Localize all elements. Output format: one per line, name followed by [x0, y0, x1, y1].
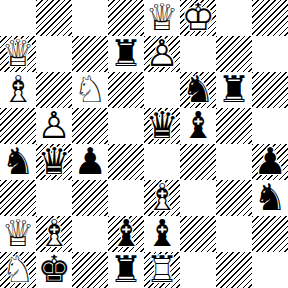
white-pawn: ♟♙: [144, 36, 180, 72]
square-g3[interactable]: [216, 180, 252, 216]
square-h5[interactable]: [252, 108, 288, 144]
piece-glyph: ♚: [37, 252, 70, 288]
square-a5[interactable]: [0, 108, 36, 144]
piece-glyph: ♗: [1, 72, 34, 108]
square-f7[interactable]: [180, 36, 216, 72]
square-e3[interactable]: ♝♗: [144, 180, 180, 216]
square-g5[interactable]: [216, 108, 252, 144]
piece-glyph: ♕: [145, 0, 178, 36]
black-king: ♚♚: [36, 252, 72, 288]
piece-glyph: ♝: [109, 216, 142, 252]
square-b2[interactable]: ♝♗: [36, 216, 72, 252]
square-f5[interactable]: ♝♝: [180, 108, 216, 144]
white-bishop: ♝♗: [144, 180, 180, 216]
square-a7[interactable]: ♛♕: [0, 36, 36, 72]
square-g6[interactable]: ♜♜: [216, 72, 252, 108]
square-e2[interactable]: ♝♝: [144, 216, 180, 252]
square-d1[interactable]: ♜♜: [108, 252, 144, 288]
square-b1[interactable]: ♚♚: [36, 252, 72, 288]
black-queen: ♛♛: [144, 108, 180, 144]
piece-glyph: ♞: [253, 180, 286, 216]
piece-glyph: ♛: [145, 108, 178, 144]
white-pawn: ♟♙: [36, 108, 72, 144]
white-king: ♚♔: [180, 0, 216, 36]
piece-glyph: ♙: [145, 36, 178, 72]
black-queen: ♛♛: [36, 144, 72, 180]
square-e1[interactable]: ♜♖: [144, 252, 180, 288]
black-bishop: ♝♝: [144, 216, 180, 252]
square-f6[interactable]: ♞♞: [180, 72, 216, 108]
piece-glyph: ♖: [145, 252, 178, 288]
black-knight: ♞♞: [0, 144, 36, 180]
square-h6[interactable]: [252, 72, 288, 108]
square-f2[interactable]: [180, 216, 216, 252]
piece-glyph: ♔: [181, 0, 214, 36]
white-bishop: ♝♗: [0, 72, 36, 108]
square-a8[interactable]: [0, 0, 36, 36]
piece-glyph: ♛: [37, 144, 70, 180]
square-h3[interactable]: ♞♞: [252, 180, 288, 216]
square-b8[interactable]: [36, 0, 72, 36]
square-b6[interactable]: [36, 72, 72, 108]
square-h4[interactable]: ♟♟: [252, 144, 288, 180]
square-c5[interactable]: [72, 108, 108, 144]
piece-glyph: ♞: [1, 144, 34, 180]
black-knight: ♞♞: [180, 72, 216, 108]
piece-glyph: ♝: [181, 108, 214, 144]
square-e7[interactable]: ♟♙: [144, 36, 180, 72]
square-g2[interactable]: [216, 216, 252, 252]
square-a2[interactable]: ♛♕: [0, 216, 36, 252]
chess-board: ♛♕♚♔♛♕♜♜♟♙♝♗♞♘♞♞♜♜♟♙♛♛♝♝♞♞♛♛♟♟♟♟♝♗♞♞♛♕♝♗…: [0, 0, 288, 288]
piece-glyph: ♗: [37, 216, 70, 252]
square-a3[interactable]: [0, 180, 36, 216]
square-e8[interactable]: ♛♕: [144, 0, 180, 36]
white-queen: ♛♕: [0, 216, 36, 252]
square-g1[interactable]: [216, 252, 252, 288]
square-c7[interactable]: [72, 36, 108, 72]
piece-glyph: ♜: [109, 252, 142, 288]
piece-glyph: ♕: [1, 216, 34, 252]
square-f8[interactable]: ♚♔: [180, 0, 216, 36]
square-c6[interactable]: ♞♘: [72, 72, 108, 108]
square-f3[interactable]: [180, 180, 216, 216]
piece-glyph: ♗: [145, 180, 178, 216]
white-queen: ♛♕: [0, 36, 36, 72]
piece-glyph: ♝: [145, 216, 178, 252]
square-e4[interactable]: [144, 144, 180, 180]
square-h2[interactable]: [252, 216, 288, 252]
square-c8[interactable]: [72, 0, 108, 36]
white-queen: ♛♕: [144, 0, 180, 36]
square-c2[interactable]: [72, 216, 108, 252]
square-f4[interactable]: [180, 144, 216, 180]
square-e6[interactable]: [144, 72, 180, 108]
white-bishop: ♝♗: [36, 216, 72, 252]
square-h8[interactable]: [252, 0, 288, 36]
square-c3[interactable]: [72, 180, 108, 216]
square-d3[interactable]: [108, 180, 144, 216]
square-b5[interactable]: ♟♙: [36, 108, 72, 144]
black-pawn: ♟♟: [72, 144, 108, 180]
black-bishop: ♝♝: [180, 108, 216, 144]
square-a6[interactable]: ♝♗: [0, 72, 36, 108]
piece-glyph: ♟: [253, 144, 286, 180]
square-d8[interactable]: [108, 0, 144, 36]
piece-glyph: ♜: [109, 36, 142, 72]
black-rook: ♜♜: [108, 36, 144, 72]
square-d5[interactable]: [108, 108, 144, 144]
square-b3[interactable]: [36, 180, 72, 216]
square-d6[interactable]: [108, 72, 144, 108]
black-bishop: ♝♝: [108, 216, 144, 252]
square-g4[interactable]: [216, 144, 252, 180]
black-knight: ♞♞: [252, 180, 288, 216]
square-f1[interactable]: [180, 252, 216, 288]
square-h1[interactable]: [252, 252, 288, 288]
square-a1[interactable]: ♞♘: [0, 252, 36, 288]
square-e5[interactable]: ♛♛: [144, 108, 180, 144]
square-c1[interactable]: [72, 252, 108, 288]
white-knight: ♞♘: [72, 72, 108, 108]
square-b7[interactable]: [36, 36, 72, 72]
black-rook: ♜♜: [108, 252, 144, 288]
piece-glyph: ♘: [1, 252, 34, 288]
square-b4[interactable]: ♛♛: [36, 144, 72, 180]
square-a4[interactable]: ♞♞: [0, 144, 36, 180]
piece-glyph: ♟: [73, 144, 106, 180]
square-h7[interactable]: [252, 36, 288, 72]
white-rook: ♜♖: [144, 252, 180, 288]
square-c4[interactable]: ♟♟: [72, 144, 108, 180]
square-d7[interactable]: ♜♜: [108, 36, 144, 72]
piece-glyph: ♕: [1, 36, 34, 72]
black-rook: ♜♜: [216, 72, 252, 108]
black-pawn: ♟♟: [252, 144, 288, 180]
square-d4[interactable]: [108, 144, 144, 180]
square-g7[interactable]: [216, 36, 252, 72]
piece-glyph: ♜: [217, 72, 250, 108]
square-d2[interactable]: ♝♝: [108, 216, 144, 252]
piece-glyph: ♞: [181, 72, 214, 108]
square-g8[interactable]: [216, 0, 252, 36]
white-knight: ♞♘: [0, 252, 36, 288]
piece-glyph: ♙: [37, 108, 70, 144]
piece-glyph: ♘: [73, 72, 106, 108]
